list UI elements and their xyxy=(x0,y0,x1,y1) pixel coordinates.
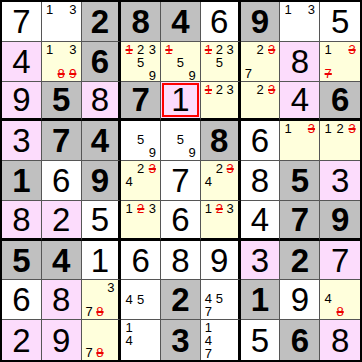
pencil-mark-empty xyxy=(214,215,225,226)
cell-r4c8[interactable]: 13 xyxy=(280,121,320,161)
pencil-mark-empty xyxy=(346,305,358,318)
pencil-mark-3: 3 xyxy=(306,3,318,16)
pencil-mark-empty xyxy=(135,306,147,318)
pencil-mark-empty xyxy=(123,69,135,82)
solved-digit: 8 xyxy=(12,203,30,236)
pencil-mark-empty xyxy=(225,175,236,188)
cell-r3c8[interactable]: 4 xyxy=(280,82,320,122)
pencil-mark-empty xyxy=(334,135,346,147)
pencil-mark-2-eliminated: 2 xyxy=(214,202,225,215)
pencil-mark-3-eliminated: 3 xyxy=(346,122,358,135)
cell-r8c6[interactable]: 457 xyxy=(201,280,241,320)
cell-r6c6[interactable]: 123 xyxy=(201,201,241,241)
pencil-marks: 123 xyxy=(320,121,360,160)
given-digit: 4 xyxy=(52,244,70,277)
pencil-mark-empty xyxy=(135,334,147,347)
solved-digit: 8 xyxy=(331,324,349,357)
pencil-mark-2-eliminated: 2 xyxy=(135,202,147,215)
pencil-mark-empty xyxy=(214,321,225,334)
pencil-mark-5: 5 xyxy=(135,56,147,69)
solved-digit: 2 xyxy=(12,324,30,357)
solved-digit: 3 xyxy=(251,244,269,277)
pencil-mark-empty xyxy=(175,69,187,82)
cell-r9c7[interactable]: 5 xyxy=(241,320,281,360)
solved-digit: 3 xyxy=(12,124,30,157)
pencil-mark-empty xyxy=(346,56,358,67)
pencil-mark-empty xyxy=(254,67,266,80)
pencil-mark-empty xyxy=(225,56,236,69)
cell-r4c7[interactable]: 6 xyxy=(241,121,281,161)
pencil-mark-empty xyxy=(214,226,225,237)
cell-r8c8[interactable]: 9 xyxy=(280,280,320,320)
pencil-mark-empty xyxy=(266,106,278,117)
pencil-mark-empty xyxy=(294,147,306,159)
solved-digit: 8 xyxy=(291,45,309,78)
pencil-mark-empty xyxy=(84,321,95,333)
pencil-mark-9-eliminated: 9 xyxy=(67,67,79,80)
cell-r5c8[interactable]: 5 xyxy=(280,161,320,201)
cell-r5c6[interactable]: 234 xyxy=(201,161,241,201)
cell-r2c5[interactable]: 159 xyxy=(161,42,201,82)
cell-r3c7[interactable]: 23 xyxy=(241,82,281,122)
pencil-mark-empty xyxy=(294,122,306,135)
pencil-mark-empty xyxy=(322,56,334,67)
cell-r7c3[interactable]: 1 xyxy=(82,241,122,281)
cell-r7c6[interactable]: 9 xyxy=(201,241,241,281)
pencil-mark-empty xyxy=(55,28,67,40)
pencil-mark-empty xyxy=(203,69,214,80)
solved-digit: 4 xyxy=(12,45,30,78)
pencil-mark-empty xyxy=(266,67,278,80)
pencil-mark-empty xyxy=(225,321,236,334)
pencil-mark-empty xyxy=(214,334,225,347)
cell-r9c4[interactable]: 14 xyxy=(121,320,161,360)
pencil-mark-empty xyxy=(203,215,214,226)
pencil-mark-empty xyxy=(67,16,79,28)
pencil-mark-empty xyxy=(186,43,198,56)
solved-digit: 7 xyxy=(171,164,189,197)
pencil-mark-1: 1 xyxy=(44,3,56,16)
pencil-mark-9: 9 xyxy=(147,146,159,159)
given-digit: 7 xyxy=(52,124,70,157)
pencil-mark-empty xyxy=(175,43,187,56)
solved-digit: 1 xyxy=(91,244,109,277)
solved-digit: 9 xyxy=(210,244,228,277)
cell-r6c7[interactable]: 4 xyxy=(241,201,281,241)
cell-r2c2[interactable]: 1389 xyxy=(42,42,82,82)
solved-digit: 6 xyxy=(171,203,189,236)
pencil-mark-empty xyxy=(186,122,198,133)
pencil-mark-4: 4 xyxy=(203,175,214,188)
pencil-mark-empty xyxy=(175,146,187,159)
pencil-mark-8-eliminated: 8 xyxy=(94,305,105,318)
cell-r9c9[interactable]: 8 xyxy=(320,320,360,360)
pencil-mark-empty xyxy=(254,96,266,107)
pencil-mark-empty xyxy=(135,188,147,199)
pencil-mark-empty xyxy=(105,321,116,333)
cell-r7c4[interactable]: 6 xyxy=(121,241,161,281)
pencil-mark-empty xyxy=(225,226,236,237)
pencil-mark-1: 1 xyxy=(322,122,334,135)
cell-r5c7[interactable]: 8 xyxy=(241,161,281,201)
pencil-mark-1-eliminated: 1 xyxy=(203,83,214,96)
pencil-mark-3: 3 xyxy=(67,43,79,56)
cell-r5c4[interactable]: 234 xyxy=(121,161,161,201)
given-digit: 2 xyxy=(91,5,109,38)
pencil-mark-7-eliminated: 7 xyxy=(322,67,334,80)
pencil-mark-empty xyxy=(163,69,175,82)
cell-r1c5[interactable]: 4 xyxy=(161,2,201,42)
cell-r2c4[interactable]: 12359 xyxy=(121,42,161,82)
pencil-marks: 23 xyxy=(241,82,280,119)
cell-r4c3[interactable]: 4 xyxy=(82,121,122,161)
cell-r3c5[interactable]: 1 xyxy=(161,82,201,122)
pencil-mark-3: 3 xyxy=(225,202,236,215)
pencil-mark-7: 7 xyxy=(84,305,95,318)
pencil-mark-4: 4 xyxy=(322,292,334,305)
pencil-mark-3-eliminated: 3 xyxy=(147,162,159,175)
pencil-mark-empty xyxy=(214,69,225,80)
pencil-mark-empty xyxy=(135,175,147,188)
pencil-mark-1-eliminated: 1 xyxy=(163,43,175,56)
pencil-mark-empty xyxy=(243,43,255,56)
pencil-marks: 13 xyxy=(42,2,81,41)
pencil-mark-empty xyxy=(94,281,105,294)
pencil-mark-empty xyxy=(243,56,255,67)
pencil-mark-8-eliminated: 8 xyxy=(55,67,67,80)
pencil-mark-empty xyxy=(225,334,236,347)
solved-digit: 8 xyxy=(52,283,70,316)
pencil-mark-7: 7 xyxy=(203,347,214,360)
pencil-marks: 237 xyxy=(241,42,280,81)
pencil-mark-empty xyxy=(306,28,318,40)
cell-r8c9[interactable]: 48 xyxy=(320,280,360,320)
cell-r4c5[interactable]: 59 xyxy=(161,121,201,161)
pencil-marks: 59 xyxy=(161,121,200,160)
cell-r7c8[interactable]: 2 xyxy=(280,241,320,281)
pencil-mark-empty xyxy=(135,321,147,334)
pencil-mark-empty xyxy=(147,56,159,69)
pencil-mark-empty xyxy=(147,293,159,306)
cell-r9c1[interactable]: 2 xyxy=(2,320,42,360)
pencil-marks: 13 xyxy=(280,2,319,41)
given-digit: 9 xyxy=(251,5,269,38)
cell-r1c8[interactable]: 13 xyxy=(280,2,320,42)
cell-r8c2[interactable]: 8 xyxy=(42,280,82,320)
pencil-mark-empty xyxy=(266,56,278,67)
pencil-mark-empty xyxy=(147,175,159,188)
pencil-mark-empty xyxy=(123,56,135,69)
pencil-mark-empty xyxy=(306,16,318,28)
cell-r2c6[interactable]: 1235 xyxy=(201,42,241,82)
cell-r4c1[interactable]: 3 xyxy=(2,121,42,161)
pencil-mark-empty xyxy=(67,28,79,40)
pencil-mark-empty xyxy=(225,188,236,199)
cell-r6c2[interactable]: 2 xyxy=(42,201,82,241)
pencil-mark-empty xyxy=(147,122,159,133)
pencil-mark-empty xyxy=(135,146,147,159)
pencil-mark-empty xyxy=(334,147,346,159)
pencil-mark-empty xyxy=(186,56,198,69)
pencil-mark-5: 5 xyxy=(175,56,187,69)
cell-r4c4[interactable]: 59 xyxy=(121,121,161,161)
pencil-mark-empty xyxy=(94,321,105,333)
cell-r7c7[interactable]: 3 xyxy=(241,241,281,281)
given-digit: 2 xyxy=(171,283,189,316)
pencil-mark-empty xyxy=(214,188,225,199)
pencil-mark-8-eliminated: 8 xyxy=(334,305,346,318)
cell-r3c6[interactable]: 123 xyxy=(201,82,241,122)
cell-r1c3[interactable]: 2 xyxy=(82,2,122,42)
solved-digit: 6 xyxy=(251,124,269,157)
cell-r1c4[interactable]: 8 xyxy=(121,2,161,42)
cell-r8c1[interactable]: 6 xyxy=(2,280,42,320)
pencil-mark-empty xyxy=(123,146,135,159)
pencil-mark-1: 1 xyxy=(203,202,214,215)
given-digit: 1 xyxy=(12,164,30,197)
pencil-mark-3-eliminated: 3 xyxy=(266,43,278,56)
cell-r4c6[interactable]: 8 xyxy=(201,121,241,161)
pencil-mark-empty xyxy=(214,106,225,117)
cell-r1c6[interactable]: 6 xyxy=(201,2,241,42)
cell-r1c7[interactable]: 9 xyxy=(241,2,281,42)
cell-r9c6[interactable]: 147 xyxy=(201,320,241,360)
cell-r1c2[interactable]: 13 xyxy=(42,2,82,42)
pencil-mark-empty xyxy=(147,226,159,237)
pencil-mark-empty xyxy=(322,135,334,147)
pencil-marks: 123 xyxy=(201,201,238,238)
pencil-mark-1: 1 xyxy=(282,3,294,16)
pencil-marks: 45 xyxy=(121,280,160,319)
pencil-mark-empty xyxy=(294,28,306,40)
given-digit: 9 xyxy=(91,164,109,197)
pencil-mark-empty xyxy=(306,147,318,159)
pencil-mark-empty xyxy=(322,305,334,318)
pencil-mark-empty xyxy=(163,146,175,159)
pencil-mark-empty xyxy=(243,106,255,117)
cell-r7c5[interactable]: 8 xyxy=(161,241,201,281)
cell-r9c3[interactable]: 78 xyxy=(82,320,122,360)
pencil-mark-empty xyxy=(266,96,278,107)
cell-r2c9[interactable]: 137 xyxy=(320,42,360,82)
cell-r3c9[interactable]: 6 xyxy=(320,82,360,122)
pencil-mark-3: 3 xyxy=(147,43,159,56)
cell-r7c9[interactable]: 7 xyxy=(320,241,360,281)
pencil-mark-empty xyxy=(135,226,147,237)
pencil-mark-empty xyxy=(294,135,306,147)
cell-r5c9[interactable]: 3 xyxy=(320,161,360,201)
pencil-mark-empty xyxy=(225,292,236,305)
solved-digit: 6 xyxy=(52,164,70,197)
pencil-mark-4: 4 xyxy=(123,293,135,306)
cell-r5c2[interactable]: 6 xyxy=(42,161,82,201)
pencil-mark-7: 7 xyxy=(84,346,95,359)
cell-r3c1[interactable]: 9 xyxy=(2,82,42,122)
pencil-mark-3: 3 xyxy=(225,43,236,56)
pencil-mark-empty xyxy=(123,188,135,199)
pencil-mark-empty xyxy=(105,346,116,359)
given-digit: 7 xyxy=(291,203,309,236)
pencil-mark-9: 9 xyxy=(186,146,198,159)
solved-digit: 4 xyxy=(251,203,269,236)
solved-digit: 9 xyxy=(12,83,30,116)
pencil-mark-5: 5 xyxy=(135,133,147,146)
cell-r4c2[interactable]: 7 xyxy=(42,121,82,161)
cell-r3c2[interactable]: 5 xyxy=(42,82,82,122)
solved-digit: 8 xyxy=(251,164,269,197)
pencil-mark-3: 3 xyxy=(67,3,79,16)
cell-r7c1[interactable]: 5 xyxy=(2,241,42,281)
cell-r1c9[interactable]: 5 xyxy=(320,2,360,42)
pencil-mark-empty xyxy=(322,147,334,159)
cell-r7c2[interactable]: 4 xyxy=(42,241,82,281)
cell-r5c1[interactable]: 1 xyxy=(2,161,42,201)
pencil-marks: 123 xyxy=(201,82,238,119)
pencil-mark-7: 7 xyxy=(203,305,214,318)
solved-digit: 6 xyxy=(210,5,228,38)
solved-digit: 6 xyxy=(12,283,30,316)
cell-r6c5[interactable]: 6 xyxy=(161,201,201,241)
pencil-mark-empty xyxy=(346,281,358,292)
pencil-mark-empty xyxy=(123,133,135,146)
solved-digit: 7 xyxy=(12,5,30,38)
cell-r6c9[interactable]: 9 xyxy=(320,201,360,241)
pencil-marks: 159 xyxy=(161,42,200,81)
given-digit: 7 xyxy=(132,83,150,116)
pencil-mark-empty xyxy=(243,83,255,96)
pencil-marks: 12359 xyxy=(121,42,160,81)
pencil-mark-3: 3 xyxy=(225,83,236,96)
pencil-mark-empty xyxy=(282,28,294,40)
cell-r6c4[interactable]: 123 xyxy=(121,201,161,241)
pencil-mark-2: 2 xyxy=(135,43,147,56)
pencil-mark-empty xyxy=(254,106,266,117)
pencil-mark-2: 2 xyxy=(135,162,147,175)
cell-r1c1[interactable]: 7 xyxy=(2,2,42,42)
given-digit: 5 xyxy=(291,164,309,197)
solved-digit: 5 xyxy=(91,203,109,236)
cell-r3c4[interactable]: 7 xyxy=(121,82,161,122)
pencil-mark-empty xyxy=(147,347,159,359)
cell-r6c8[interactable]: 7 xyxy=(280,201,320,241)
pencil-mark-empty xyxy=(225,215,236,226)
pencil-mark-empty xyxy=(105,305,116,318)
pencil-mark-empty xyxy=(44,16,56,28)
cell-r4c9[interactable]: 123 xyxy=(320,121,360,161)
solved-digit: 5 xyxy=(251,324,269,357)
pencil-marks: 234 xyxy=(201,161,238,200)
pencil-mark-empty xyxy=(147,281,159,293)
solved-digit: 3 xyxy=(331,164,349,197)
given-digit: 1 xyxy=(251,283,269,316)
solved-digit: 9 xyxy=(52,324,70,357)
pencil-mark-2: 2 xyxy=(334,122,346,135)
pencil-mark-4: 4 xyxy=(123,175,135,188)
pencil-mark-empty xyxy=(147,334,159,347)
pencil-mark-empty xyxy=(225,281,236,292)
given-digit: 4 xyxy=(91,124,109,157)
pencil-mark-empty xyxy=(346,292,358,305)
pencil-mark-3-eliminated: 3 xyxy=(225,162,236,175)
pencil-mark-empty xyxy=(214,175,225,188)
pencil-mark-empty xyxy=(44,28,56,40)
pencil-mark-empty xyxy=(135,215,147,226)
pencil-mark-empty xyxy=(346,135,358,147)
cell-r8c7[interactable]: 1 xyxy=(241,280,281,320)
pencil-mark-empty xyxy=(147,321,159,334)
pencil-mark-empty xyxy=(243,96,255,107)
pencil-mark-empty xyxy=(135,347,147,359)
cell-r8c4[interactable]: 45 xyxy=(121,280,161,320)
given-digit: 4 xyxy=(171,5,189,38)
pencil-mark-empty xyxy=(55,56,67,67)
given-digit: 6 xyxy=(91,45,109,78)
cell-r9c2[interactable]: 9 xyxy=(42,320,82,360)
pencil-mark-empty xyxy=(294,3,306,16)
pencil-mark-1: 1 xyxy=(322,43,334,56)
pencil-marks: 59 xyxy=(121,121,160,160)
pencil-mark-empty xyxy=(55,3,67,16)
pencil-mark-empty xyxy=(147,188,159,199)
pencil-mark-empty xyxy=(282,16,294,28)
cell-r9c5[interactable]: 3 xyxy=(161,320,201,360)
cell-r6c1[interactable]: 8 xyxy=(2,201,42,241)
pencil-mark-empty xyxy=(147,306,159,318)
pencil-marks: 48 xyxy=(320,280,360,319)
pencil-mark-2: 2 xyxy=(254,43,266,56)
pencil-mark-empty xyxy=(55,43,67,56)
given-digit: 9 xyxy=(331,203,349,236)
cell-r2c1[interactable]: 4 xyxy=(2,42,42,82)
cell-r2c3[interactable]: 6 xyxy=(82,42,122,82)
pencil-mark-5: 5 xyxy=(214,56,225,69)
cell-r2c8[interactable]: 8 xyxy=(280,42,320,82)
pencil-mark-empty xyxy=(203,226,214,237)
cell-r2c7[interactable]: 237 xyxy=(241,42,281,82)
pencil-mark-1-eliminated: 1 xyxy=(123,43,135,56)
cell-r3c3[interactable]: 8 xyxy=(82,82,122,122)
cell-r8c5[interactable]: 2 xyxy=(161,280,201,320)
given-digit: 5 xyxy=(12,244,30,277)
pencil-marks: 378 xyxy=(82,280,119,319)
given-digit: 6 xyxy=(331,83,349,116)
pencil-mark-empty xyxy=(147,215,159,226)
solved-digit: 7 xyxy=(331,244,349,277)
cell-r8c3[interactable]: 378 xyxy=(82,280,122,320)
pencil-mark-empty xyxy=(123,347,135,359)
pencil-mark-empty xyxy=(225,305,236,318)
given-digit: 2 xyxy=(291,244,309,277)
cell-r5c5[interactable]: 7 xyxy=(161,161,201,201)
pencil-mark-empty xyxy=(163,122,175,133)
cell-r5c3[interactable]: 9 xyxy=(82,161,122,201)
pencil-mark-empty xyxy=(282,135,294,147)
pencil-marks: 147 xyxy=(201,320,238,360)
given-digit: 3 xyxy=(171,324,189,357)
pencil-mark-3-eliminated: 3 xyxy=(306,122,318,135)
solved-digit: 5 xyxy=(331,5,349,38)
cell-r9c8[interactable]: 6 xyxy=(280,320,320,360)
solved-digit: 8 xyxy=(91,83,109,116)
pencil-mark-3: 3 xyxy=(105,281,116,294)
solved-digit: 6 xyxy=(132,244,150,277)
pencil-marks: 13 xyxy=(280,121,319,160)
pencil-mark-5: 5 xyxy=(214,292,225,305)
given-digit: 6 xyxy=(291,324,309,357)
pencil-mark-empty xyxy=(334,67,346,80)
pencil-mark-empty xyxy=(123,306,135,318)
cell-r6c3[interactable]: 5 xyxy=(82,201,122,241)
